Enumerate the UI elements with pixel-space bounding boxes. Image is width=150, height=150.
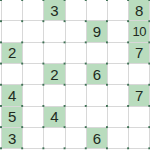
cell-r3c3[interactable] — [44, 43, 65, 64]
cell-r3c7-clue[interactable]: 7 — [129, 43, 150, 64]
cell-r7c3[interactable] — [44, 128, 65, 149]
cell-r6c5[interactable] — [87, 107, 108, 128]
cell-r1c4[interactable] — [66, 0, 87, 21]
cell-r5c4[interactable] — [66, 85, 87, 106]
cell-r5c1-clue[interactable]: 4 — [2, 85, 23, 106]
cell-r1c1[interactable] — [2, 0, 23, 21]
cell-r6c6[interactable] — [108, 107, 129, 128]
cell-r7c7[interactable] — [129, 128, 150, 149]
cell-r7c5-clue[interactable]: 6 — [87, 128, 108, 149]
cell-r5c6[interactable] — [108, 85, 129, 106]
cell-r1c2[interactable] — [23, 0, 44, 21]
cell-r3c6[interactable] — [108, 43, 129, 64]
cell-r3c5[interactable] — [87, 43, 108, 64]
puzzle-board: 389102726475436 — [0, 0, 150, 150]
cell-r6c1-clue[interactable]: 5 — [2, 107, 23, 128]
cell-r6c2[interactable] — [23, 107, 44, 128]
cell-r2c6[interactable] — [108, 21, 129, 42]
cell-r4c4[interactable] — [66, 64, 87, 85]
grid: 389102726475436 — [1, 0, 150, 149]
cell-r5c3[interactable] — [44, 85, 65, 106]
cell-r3c2[interactable] — [23, 43, 44, 64]
cell-r2c3[interactable] — [44, 21, 65, 42]
cell-r3c4[interactable] — [66, 43, 87, 64]
cell-r3c1-clue[interactable]: 2 — [2, 43, 23, 64]
cell-r1c3-clue[interactable]: 3 — [44, 0, 65, 21]
cell-r7c6[interactable] — [108, 128, 129, 149]
cell-r2c1[interactable] — [2, 21, 23, 42]
cell-r4c1[interactable] — [2, 64, 23, 85]
cell-r6c3-clue[interactable]: 4 — [44, 107, 65, 128]
cell-r7c2[interactable] — [23, 128, 44, 149]
cell-r2c4[interactable] — [66, 21, 87, 42]
cell-r1c7-clue[interactable]: 8 — [129, 0, 150, 21]
cell-r7c1-clue[interactable]: 3 — [2, 128, 23, 149]
cell-r1c6[interactable] — [108, 0, 129, 21]
cell-r2c2[interactable] — [23, 21, 44, 42]
cell-r6c7[interactable] — [129, 107, 150, 128]
cell-r4c7[interactable] — [129, 64, 150, 85]
cell-r4c3-clue[interactable]: 2 — [44, 64, 65, 85]
cell-r1c5[interactable] — [87, 0, 108, 21]
cell-r2c7-clue[interactable]: 10 — [129, 21, 150, 42]
cell-r4c2[interactable] — [23, 64, 44, 85]
cell-r7c4[interactable] — [66, 128, 87, 149]
cell-r4c6[interactable] — [108, 64, 129, 85]
cell-r5c5[interactable] — [87, 85, 108, 106]
cell-r6c4[interactable] — [66, 107, 87, 128]
cell-r5c7-clue[interactable]: 7 — [129, 85, 150, 106]
cell-r5c2[interactable] — [23, 85, 44, 106]
cell-r4c5-clue[interactable]: 6 — [87, 64, 108, 85]
cell-r2c5-clue[interactable]: 9 — [87, 21, 108, 42]
